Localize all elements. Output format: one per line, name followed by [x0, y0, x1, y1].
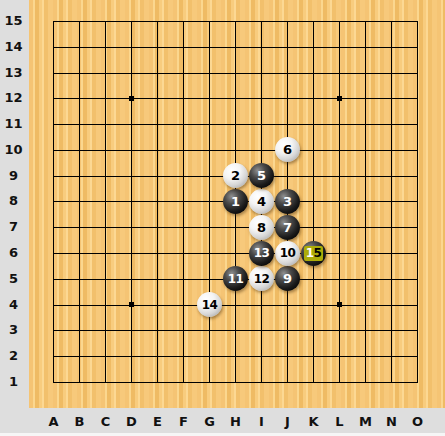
board-cell: [391, 176, 417, 202]
board-cell: [339, 227, 365, 253]
board-cell: [339, 124, 365, 150]
board-cell: [287, 21, 313, 47]
board-cell: [339, 73, 365, 99]
board-cell: [157, 330, 183, 356]
board-cell: [391, 73, 417, 99]
star-point-D12: [129, 96, 134, 101]
row-label-14: 14: [0, 39, 27, 55]
board-cell: [261, 73, 287, 99]
board-cell: [313, 47, 339, 73]
board-cell: [183, 98, 209, 124]
board-cell: [157, 124, 183, 150]
column-label-G: G: [197, 414, 223, 430]
board-cell: [313, 201, 339, 227]
board-cell: [365, 356, 391, 382]
star-point-L4: [337, 302, 342, 307]
stone-1-black-H8[interactable]: 1: [223, 189, 248, 214]
board-cell: [79, 124, 105, 150]
board-cell: [365, 150, 391, 176]
board-cell: [157, 356, 183, 382]
board-cell: [105, 330, 131, 356]
board-cell: [391, 201, 417, 227]
board-cell: [339, 253, 365, 279]
board-cell: [131, 305, 157, 331]
board-cell: [105, 150, 131, 176]
board-cell: [313, 279, 339, 305]
board-cell: [209, 47, 235, 73]
board-cell: [339, 98, 365, 124]
board-cell: [53, 330, 79, 356]
board-cell: [79, 279, 105, 305]
board-cell: [131, 356, 157, 382]
board-cell: [183, 227, 209, 253]
column-label-E: E: [145, 414, 171, 430]
row-label-11: 11: [0, 116, 27, 132]
column-label-C: C: [93, 414, 119, 430]
board-cell: [53, 150, 79, 176]
board-cell: [105, 227, 131, 253]
board-cell: [313, 305, 339, 331]
board-cell: [235, 47, 261, 73]
board-cell: [79, 253, 105, 279]
board-cell: [235, 305, 261, 331]
board-cell: [131, 279, 157, 305]
column-label-A: A: [41, 414, 67, 430]
board-cell: [287, 47, 313, 73]
board-cell: [209, 227, 235, 253]
board-cell: [157, 305, 183, 331]
star-point-D4: [129, 302, 134, 307]
board-cell: [365, 21, 391, 47]
board-cell: [53, 47, 79, 73]
stone-8-white-I7[interactable]: 8: [249, 215, 274, 240]
board-cell: [53, 227, 79, 253]
board-cell: [105, 253, 131, 279]
board-cell: [131, 176, 157, 202]
board-cell: [53, 21, 79, 47]
board-cell: [183, 47, 209, 73]
board-cell: [339, 279, 365, 305]
column-label-F: F: [171, 414, 197, 430]
row-label-7: 7: [0, 219, 27, 235]
board-cell: [365, 227, 391, 253]
stone-15-black-K6[interactable]: 15: [301, 241, 326, 266]
board-cell: [105, 305, 131, 331]
board-cell: [53, 98, 79, 124]
row-label-6: 6: [0, 245, 27, 261]
row-label-5: 5: [0, 271, 27, 287]
board-cell: [365, 330, 391, 356]
board-cell: [131, 330, 157, 356]
stone-13-black-I6[interactable]: 13: [249, 241, 274, 266]
row-label-10: 10: [0, 142, 27, 158]
last-move-highlight: 15: [304, 246, 323, 261]
board-cell: [105, 73, 131, 99]
stone-10-white-J6[interactable]: 10: [275, 241, 300, 266]
board-cell: [287, 356, 313, 382]
board-cell: [79, 330, 105, 356]
board-cell: [53, 201, 79, 227]
board-cell: [235, 124, 261, 150]
board-cell: [391, 356, 417, 382]
board-cell: [183, 330, 209, 356]
board-cell: [365, 201, 391, 227]
board-cell: [105, 98, 131, 124]
row-label-13: 13: [0, 65, 27, 81]
board-cell: [183, 124, 209, 150]
board-cell: [183, 176, 209, 202]
board-cell: [339, 305, 365, 331]
board-cell: [157, 253, 183, 279]
board-cell: [131, 253, 157, 279]
board-cell: [391, 21, 417, 47]
board-cell: [209, 356, 235, 382]
row-label-4: 4: [0, 297, 27, 313]
stone-4-white-I8[interactable]: 4: [249, 189, 274, 214]
column-label-J: J: [275, 414, 301, 430]
row-label-15: 15: [0, 13, 27, 29]
board-cell: [235, 21, 261, 47]
board-cell: [157, 279, 183, 305]
board-cell: [79, 356, 105, 382]
board-cell: [79, 47, 105, 73]
board-cell: [391, 279, 417, 305]
board-cell: [391, 227, 417, 253]
board-cell: [131, 73, 157, 99]
board-cell: [313, 98, 339, 124]
board-cell: [105, 356, 131, 382]
board-cell: [131, 201, 157, 227]
board-cell: [183, 201, 209, 227]
board-cell: [209, 124, 235, 150]
board-cell: [339, 201, 365, 227]
board-cell: [339, 150, 365, 176]
board-cell: [365, 98, 391, 124]
board-cell: [235, 356, 261, 382]
board-cell: [157, 201, 183, 227]
board-cell: [79, 98, 105, 124]
board-cell: [53, 73, 79, 99]
column-label-H: H: [223, 414, 249, 430]
board-cell: [313, 176, 339, 202]
board-cell: [365, 176, 391, 202]
board-cell: [391, 330, 417, 356]
board-cell: [79, 227, 105, 253]
board-cell: [53, 305, 79, 331]
board-cell: [53, 124, 79, 150]
board-cell: [131, 21, 157, 47]
column-label-K: K: [301, 414, 327, 430]
board-cell: [157, 227, 183, 253]
board-cell: [365, 253, 391, 279]
board-cell: [261, 305, 287, 331]
board-cell: [391, 98, 417, 124]
board-cell: [131, 124, 157, 150]
board-cell: [131, 98, 157, 124]
board-cell: [105, 21, 131, 47]
board-cell: [261, 330, 287, 356]
board-cell: [313, 150, 339, 176]
board-cell: [183, 73, 209, 99]
board-cell: [79, 176, 105, 202]
board-cell: [157, 73, 183, 99]
board-cell: [261, 21, 287, 47]
board-cell: [365, 47, 391, 73]
board-cell: [79, 305, 105, 331]
column-label-N: N: [379, 414, 405, 430]
board-cell: [365, 305, 391, 331]
row-label-9: 9: [0, 168, 27, 184]
board-cell: [157, 176, 183, 202]
column-label-M: M: [353, 414, 379, 430]
board-cell: [105, 176, 131, 202]
board-cell: [105, 47, 131, 73]
board-cell: [53, 279, 79, 305]
board-cell: [313, 73, 339, 99]
board-cell: [313, 330, 339, 356]
board-cell: [313, 356, 339, 382]
board-cell: [131, 227, 157, 253]
board-cell: [339, 176, 365, 202]
column-label-B: B: [67, 414, 93, 430]
board-cell: [339, 21, 365, 47]
column-label-L: L: [327, 414, 353, 430]
board-cell: [209, 21, 235, 47]
board-cell: [339, 356, 365, 382]
gomoku-diagram: 1234567891011121314151514131211109876543…: [0, 0, 445, 436]
board-cell: [79, 150, 105, 176]
board-cell: [79, 201, 105, 227]
board-cell: [287, 73, 313, 99]
board-cell: [391, 305, 417, 331]
board-cell: [157, 150, 183, 176]
board-cell: [79, 73, 105, 99]
board-cell: [391, 124, 417, 150]
board-cell: [79, 21, 105, 47]
row-label-2: 2: [0, 348, 27, 364]
board-cell: [209, 98, 235, 124]
board-cell: [235, 330, 261, 356]
column-label-D: D: [119, 414, 145, 430]
board-cell: [365, 73, 391, 99]
board-cell: [365, 124, 391, 150]
board-cell: [235, 98, 261, 124]
board-cell: [157, 98, 183, 124]
board-cell: [391, 47, 417, 73]
board-cell: [53, 253, 79, 279]
board-cell: [339, 47, 365, 73]
stone-14-white-G4[interactable]: 14: [197, 292, 222, 317]
column-label-I: I: [249, 414, 275, 430]
board-cell: [209, 73, 235, 99]
board-cell: [365, 279, 391, 305]
board-cell: [183, 253, 209, 279]
board-cell: [105, 201, 131, 227]
board-cell: [313, 21, 339, 47]
board-cell: [53, 356, 79, 382]
star-point-L12: [337, 96, 342, 101]
board-cell: [183, 356, 209, 382]
board-cell: [391, 150, 417, 176]
board-cell: [261, 47, 287, 73]
stone-7-black-J7[interactable]: 7: [275, 215, 300, 240]
board-cell: [313, 124, 339, 150]
board-cell: [183, 150, 209, 176]
column-label-O: O: [405, 414, 431, 430]
board-cell: [105, 124, 131, 150]
row-label-8: 8: [0, 193, 27, 209]
row-label-3: 3: [0, 322, 27, 338]
stone-3-black-J8[interactable]: 3: [275, 189, 300, 214]
board-cell: [261, 98, 287, 124]
board-cell: [131, 150, 157, 176]
board-cell: [287, 330, 313, 356]
board-cell: [157, 47, 183, 73]
board-cell: [261, 356, 287, 382]
board-cell: [287, 305, 313, 331]
board-cell: [391, 253, 417, 279]
board-cell: [235, 73, 261, 99]
row-label-12: 12: [0, 90, 27, 106]
board-cell: [339, 330, 365, 356]
board-cell: [105, 279, 131, 305]
board-cell: [183, 21, 209, 47]
board-cell: [131, 47, 157, 73]
board-cell: [209, 330, 235, 356]
board-cell: [53, 176, 79, 202]
row-label-1: 1: [0, 374, 27, 390]
board-cell: [287, 98, 313, 124]
board-cell: [157, 21, 183, 47]
